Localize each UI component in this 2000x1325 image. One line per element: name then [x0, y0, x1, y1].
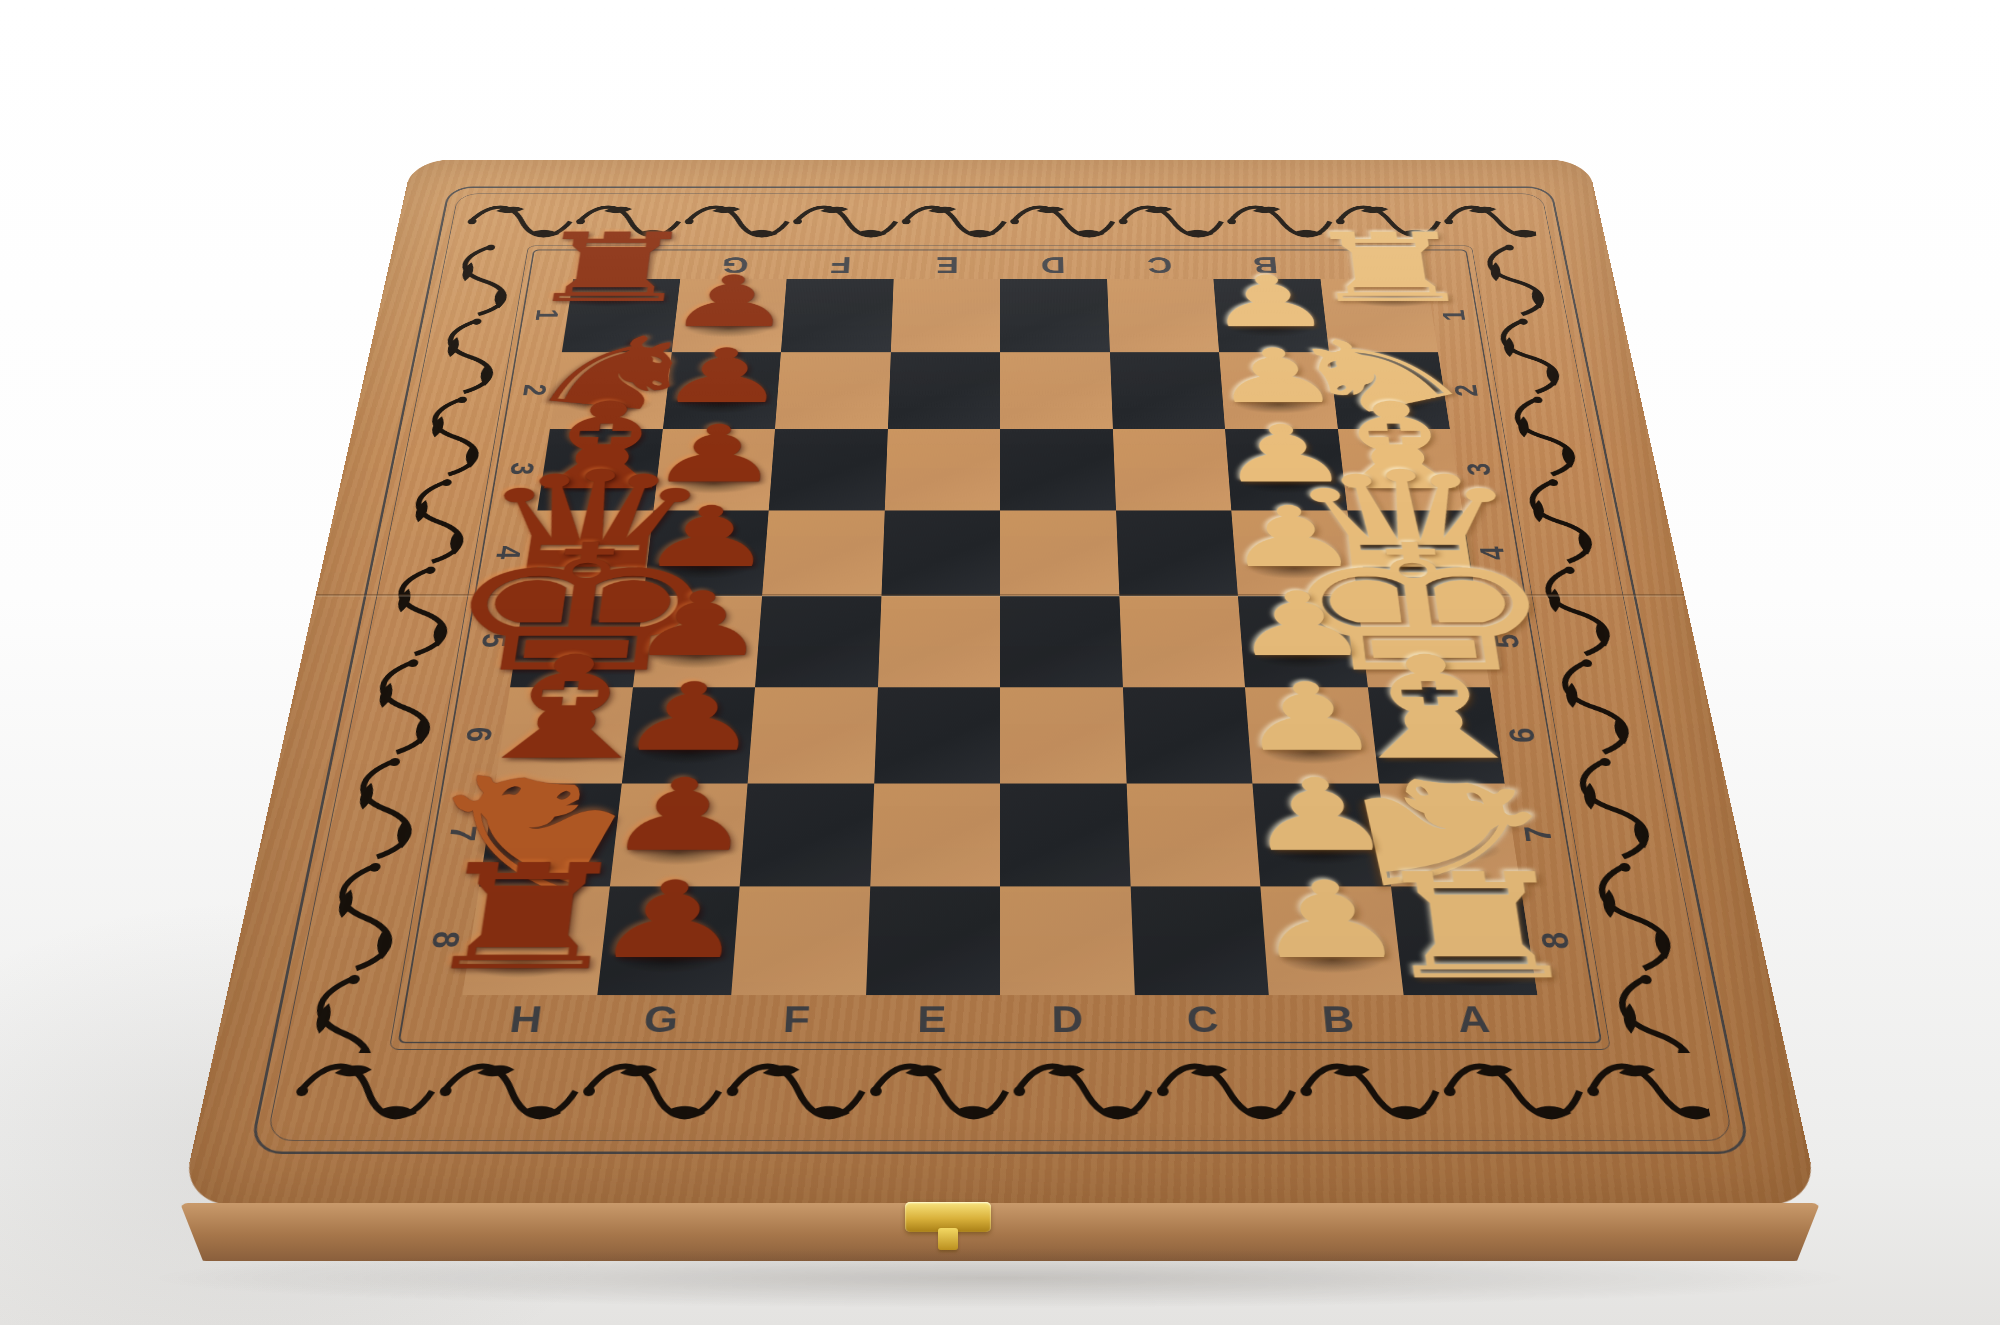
- scene: HHGGFFEEDDCCBBAA1122334455667788 ♜♟♜♟♞♟♞…: [0, 0, 2000, 1325]
- square-D3[interactable]: [1000, 429, 1116, 510]
- square-E7[interactable]: [870, 784, 1000, 887]
- square-D5[interactable]: [1000, 596, 1122, 687]
- square-E4[interactable]: [881, 510, 1000, 596]
- square-C4[interactable]: [1116, 510, 1238, 596]
- file-label-near-B: B: [1320, 998, 1357, 1041]
- square-C1[interactable]: [1107, 279, 1219, 352]
- square-E2[interactable]: [887, 352, 1000, 429]
- file-label-near-G: G: [642, 998, 681, 1041]
- square-C5[interactable]: [1119, 596, 1245, 687]
- square-F3[interactable]: [769, 429, 888, 510]
- brass-clasp[interactable]: [905, 1202, 991, 1232]
- square-E8[interactable]: [866, 886, 1000, 995]
- square-E5[interactable]: [878, 596, 1000, 687]
- file-label-near-E: E: [917, 998, 948, 1041]
- file-label-far-C: C: [1146, 252, 1173, 279]
- file-label-far-F: F: [829, 252, 852, 279]
- square-E6[interactable]: [874, 687, 1000, 783]
- file-label-near-F: F: [782, 998, 812, 1041]
- square-F4[interactable]: [762, 510, 884, 596]
- square-D1[interactable]: [1000, 279, 1110, 352]
- square-F5[interactable]: [755, 596, 881, 687]
- file-label-near-H: H: [507, 998, 545, 1041]
- square-C2[interactable]: [1110, 352, 1225, 429]
- board-front-edge: [180, 1203, 1820, 1261]
- chess-board: HHGGFFEEDDCCBBAA1122334455667788 ♜♟♜♟♞♟♞…: [180, 160, 1820, 1205]
- square-D2[interactable]: [1000, 352, 1113, 429]
- square-D7[interactable]: [1000, 784, 1130, 887]
- piece-dark-rook-H8[interactable]: ♜: [409, 857, 641, 980]
- file-label-near-C: C: [1186, 998, 1221, 1041]
- square-F6[interactable]: [748, 687, 878, 783]
- square-D8[interactable]: [1000, 886, 1134, 995]
- square-F2[interactable]: [775, 352, 890, 429]
- square-F8[interactable]: [731, 886, 870, 995]
- square-F7[interactable]: [740, 784, 874, 887]
- piece-light-pawn-B6[interactable]: ♟: [1232, 678, 1388, 758]
- file-label-near-A: A: [1455, 998, 1493, 1041]
- square-C3[interactable]: [1113, 429, 1232, 510]
- file-label-near-D: D: [1051, 998, 1084, 1041]
- piece-dark-pawn-G6[interactable]: ♟: [612, 678, 768, 758]
- square-E3[interactable]: [884, 429, 1000, 510]
- photo-backdrop: HHGGFFEEDDCCBBAA1122334455667788 ♜♟♜♟♞♟♞…: [0, 0, 2000, 1325]
- piece-light-rook-A8[interactable]: ♜: [1362, 865, 1595, 989]
- vine-border-bottom: [287, 1053, 1713, 1130]
- file-label-far-D: D: [1040, 252, 1066, 279]
- square-D6[interactable]: [1000, 687, 1126, 783]
- square-E1[interactable]: [890, 279, 1000, 352]
- rank-label-right-1: 1: [1436, 309, 1472, 321]
- square-F1[interactable]: [781, 279, 893, 352]
- square-D4[interactable]: [1000, 510, 1119, 596]
- file-label-far-E: E: [935, 252, 959, 279]
